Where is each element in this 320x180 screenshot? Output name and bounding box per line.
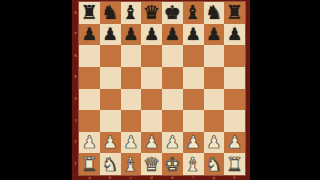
piece-white-pawn[interactable]: ♟ xyxy=(165,134,180,151)
file-label-f: f xyxy=(183,175,204,180)
square-f8[interactable]: ♝ xyxy=(183,2,204,24)
screenshot-stage: ♜♞♝♛♚♝♞♜♟♟♟♟♟♟♟♟♟♟♟♟♟♟♟♟♜♞♝♛♚♝♞♜ 8765432… xyxy=(0,0,320,180)
rank-label-4: 4 xyxy=(72,97,79,101)
piece-black-queen[interactable]: ♛ xyxy=(143,3,160,22)
square-a2[interactable]: ♟ xyxy=(79,132,100,154)
file-label-g: g xyxy=(204,175,225,180)
square-h2[interactable]: ♟ xyxy=(224,132,245,154)
square-c1[interactable]: ♝ xyxy=(121,153,142,175)
square-c3[interactable] xyxy=(121,110,142,132)
square-c5[interactable] xyxy=(121,67,142,89)
square-g6[interactable] xyxy=(204,45,225,67)
file-label-e: e xyxy=(162,175,183,180)
piece-black-pawn[interactable]: ♟ xyxy=(123,25,138,42)
piece-white-knight[interactable]: ♞ xyxy=(205,154,222,173)
square-h1[interactable]: ♜ xyxy=(224,153,245,175)
square-e5[interactable] xyxy=(162,67,183,89)
square-h6[interactable] xyxy=(224,45,245,67)
file-label-h: h xyxy=(224,175,245,180)
chess-board-frame: ♜♞♝♛♚♝♞♜♟♟♟♟♟♟♟♟♟♟♟♟♟♟♟♟♜♞♝♛♚♝♞♜ 8765432… xyxy=(72,0,250,180)
piece-white-rook[interactable]: ♜ xyxy=(226,154,243,173)
square-f6[interactable] xyxy=(183,45,204,67)
piece-white-bishop[interactable]: ♝ xyxy=(185,154,202,173)
square-d8[interactable]: ♛ xyxy=(141,2,162,24)
square-g2[interactable]: ♟ xyxy=(204,132,225,154)
square-a3[interactable] xyxy=(79,110,100,132)
square-b4[interactable] xyxy=(100,89,121,111)
square-b1[interactable]: ♞ xyxy=(100,153,121,175)
piece-black-pawn[interactable]: ♟ xyxy=(186,25,201,42)
piece-black-pawn[interactable]: ♟ xyxy=(82,25,97,42)
square-h8[interactable]: ♜ xyxy=(224,2,245,24)
piece-white-pawn[interactable]: ♟ xyxy=(144,134,159,151)
square-c8[interactable]: ♝ xyxy=(121,2,142,24)
piece-white-pawn[interactable]: ♟ xyxy=(123,134,138,151)
rank-label-7: 7 xyxy=(72,32,79,36)
square-f4[interactable] xyxy=(183,89,204,111)
square-h5[interactable] xyxy=(224,67,245,89)
file-label-b: b xyxy=(100,175,121,180)
square-b6[interactable] xyxy=(100,45,121,67)
piece-white-knight[interactable]: ♞ xyxy=(102,154,119,173)
square-c4[interactable] xyxy=(121,89,142,111)
square-a5[interactable] xyxy=(79,67,100,89)
piece-black-rook[interactable]: ♜ xyxy=(81,3,98,22)
square-g7[interactable]: ♟ xyxy=(204,24,225,46)
square-e6[interactable] xyxy=(162,45,183,67)
square-c7[interactable]: ♟ xyxy=(121,24,142,46)
square-e1[interactable]: ♚ xyxy=(162,153,183,175)
piece-white-queen[interactable]: ♛ xyxy=(143,154,160,173)
square-d2[interactable]: ♟ xyxy=(141,132,162,154)
piece-black-bishop[interactable]: ♝ xyxy=(185,3,202,22)
piece-black-pawn[interactable]: ♟ xyxy=(103,25,118,42)
piece-black-knight[interactable]: ♞ xyxy=(205,3,222,22)
square-f3[interactable] xyxy=(183,110,204,132)
square-a1[interactable]: ♜ xyxy=(79,153,100,175)
square-g1[interactable]: ♞ xyxy=(204,153,225,175)
piece-white-king[interactable]: ♚ xyxy=(164,154,181,173)
square-g8[interactable]: ♞ xyxy=(204,2,225,24)
square-b3[interactable] xyxy=(100,110,121,132)
letterbox-right xyxy=(250,0,320,180)
letterbox-left xyxy=(0,0,72,180)
square-h4[interactable] xyxy=(224,89,245,111)
file-label-c: c xyxy=(121,175,142,180)
piece-black-rook[interactable]: ♜ xyxy=(226,3,243,22)
square-b2[interactable]: ♟ xyxy=(100,132,121,154)
square-d6[interactable] xyxy=(141,45,162,67)
square-h3[interactable] xyxy=(224,110,245,132)
square-a4[interactable] xyxy=(79,89,100,111)
piece-black-pawn[interactable]: ♟ xyxy=(206,25,221,42)
square-c6[interactable] xyxy=(121,45,142,67)
square-g5[interactable] xyxy=(204,67,225,89)
piece-white-pawn[interactable]: ♟ xyxy=(186,134,201,151)
piece-white-rook[interactable]: ♜ xyxy=(81,154,98,173)
rank-label-6: 6 xyxy=(72,54,79,58)
square-e4[interactable] xyxy=(162,89,183,111)
square-f7[interactable]: ♟ xyxy=(183,24,204,46)
square-d1[interactable]: ♛ xyxy=(141,153,162,175)
chess-board[interactable]: ♜♞♝♛♚♝♞♜♟♟♟♟♟♟♟♟♟♟♟♟♟♟♟♟♜♞♝♛♚♝♞♜ xyxy=(79,2,245,175)
piece-black-pawn[interactable]: ♟ xyxy=(227,25,242,42)
square-c2[interactable]: ♟ xyxy=(121,132,142,154)
square-e3[interactable] xyxy=(162,110,183,132)
piece-black-knight[interactable]: ♞ xyxy=(102,3,119,22)
rank-label-2: 2 xyxy=(72,140,79,144)
piece-white-pawn[interactable]: ♟ xyxy=(227,134,242,151)
piece-white-pawn[interactable]: ♟ xyxy=(82,134,97,151)
piece-black-pawn[interactable]: ♟ xyxy=(144,25,159,42)
square-b7[interactable]: ♟ xyxy=(100,24,121,46)
square-e7[interactable]: ♟ xyxy=(162,24,183,46)
file-label-a: a xyxy=(79,175,100,180)
square-d4[interactable] xyxy=(141,89,162,111)
file-label-d: d xyxy=(141,175,162,180)
square-d5[interactable] xyxy=(141,67,162,89)
square-b8[interactable]: ♞ xyxy=(100,2,121,24)
square-h7[interactable]: ♟ xyxy=(224,24,245,46)
square-e8[interactable]: ♚ xyxy=(162,2,183,24)
square-a6[interactable] xyxy=(79,45,100,67)
square-e2[interactable]: ♟ xyxy=(162,132,183,154)
square-f1[interactable]: ♝ xyxy=(183,153,204,175)
piece-black-pawn[interactable]: ♟ xyxy=(165,25,180,42)
rank-label-1: 1 xyxy=(72,162,79,166)
piece-black-bishop[interactable]: ♝ xyxy=(122,3,139,22)
rank-label-5: 5 xyxy=(72,75,79,79)
square-d7[interactable]: ♟ xyxy=(141,24,162,46)
rank-label-8: 8 xyxy=(72,11,79,15)
piece-white-pawn[interactable]: ♟ xyxy=(206,134,221,151)
piece-black-king[interactable]: ♚ xyxy=(164,3,181,22)
square-f5[interactable] xyxy=(183,67,204,89)
square-d3[interactable] xyxy=(141,110,162,132)
square-a8[interactable]: ♜ xyxy=(79,2,100,24)
piece-white-pawn[interactable]: ♟ xyxy=(103,134,118,151)
piece-white-bishop[interactable]: ♝ xyxy=(122,154,139,173)
square-a7[interactable]: ♟ xyxy=(79,24,100,46)
rank-label-3: 3 xyxy=(72,119,79,123)
square-g3[interactable] xyxy=(204,110,225,132)
square-f2[interactable]: ♟ xyxy=(183,132,204,154)
square-b5[interactable] xyxy=(100,67,121,89)
square-g4[interactable] xyxy=(204,89,225,111)
